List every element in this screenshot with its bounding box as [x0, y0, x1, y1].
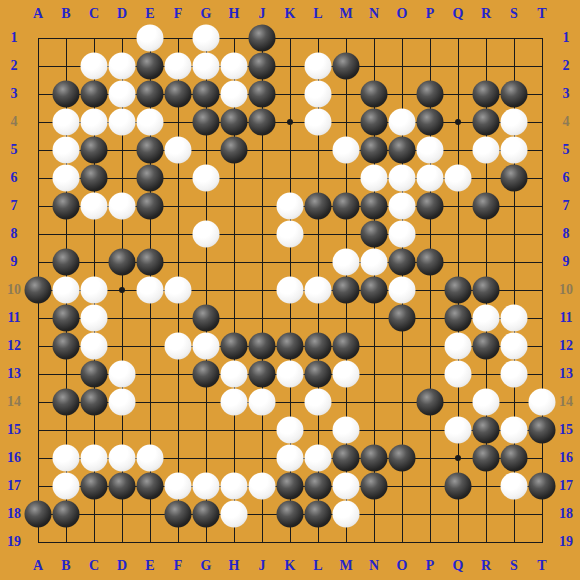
black-stone [137, 53, 164, 80]
black-stone [193, 501, 220, 528]
black-stone [53, 389, 80, 416]
white-stone [473, 305, 500, 332]
white-stone [109, 109, 136, 136]
row-label: 11 [559, 311, 572, 325]
black-stone [361, 277, 388, 304]
white-stone [333, 417, 360, 444]
white-stone [333, 501, 360, 528]
white-stone [165, 53, 192, 80]
column-label: O [397, 7, 408, 21]
black-stone [333, 193, 360, 220]
row-label: 18 [559, 507, 573, 521]
black-stone [53, 81, 80, 108]
white-stone [109, 389, 136, 416]
star-point [455, 455, 461, 461]
black-stone [305, 473, 332, 500]
column-label: L [313, 7, 322, 21]
black-stone [333, 53, 360, 80]
row-label: 4 [11, 115, 18, 129]
black-stone [81, 137, 108, 164]
white-stone [501, 109, 528, 136]
column-label: Q [453, 7, 464, 21]
row-label: 15 [7, 423, 21, 437]
white-stone [277, 193, 304, 220]
white-stone [109, 81, 136, 108]
row-label: 4 [563, 115, 570, 129]
black-stone [137, 137, 164, 164]
white-stone [473, 137, 500, 164]
white-stone [193, 165, 220, 192]
column-label: D [117, 7, 127, 21]
black-stone [361, 137, 388, 164]
row-label: 6 [11, 171, 18, 185]
column-label: B [61, 7, 70, 21]
row-label: 8 [563, 227, 570, 241]
column-label: N [369, 559, 379, 573]
white-stone [137, 277, 164, 304]
row-label: 11 [7, 311, 20, 325]
white-stone [445, 361, 472, 388]
row-label: 12 [7, 339, 21, 353]
column-label: O [397, 559, 408, 573]
white-stone [221, 501, 248, 528]
white-stone [193, 221, 220, 248]
white-stone [305, 389, 332, 416]
white-stone [333, 137, 360, 164]
black-stone [81, 165, 108, 192]
white-stone [221, 81, 248, 108]
white-stone [165, 333, 192, 360]
column-label: J [259, 559, 266, 573]
row-label: 18 [7, 507, 21, 521]
column-label: L [313, 559, 322, 573]
black-stone [137, 81, 164, 108]
row-label: 12 [559, 339, 573, 353]
row-label: 2 [11, 59, 18, 73]
white-stone [417, 165, 444, 192]
black-stone [81, 473, 108, 500]
black-stone [277, 473, 304, 500]
white-stone [445, 333, 472, 360]
black-stone [137, 165, 164, 192]
black-stone [109, 249, 136, 276]
white-stone [333, 361, 360, 388]
black-stone [361, 445, 388, 472]
black-stone [417, 109, 444, 136]
white-stone [137, 25, 164, 52]
row-label: 1 [563, 31, 570, 45]
row-label: 15 [559, 423, 573, 437]
white-stone [53, 137, 80, 164]
row-label: 3 [11, 87, 18, 101]
white-stone [53, 277, 80, 304]
star-point [119, 287, 125, 293]
black-stone [473, 81, 500, 108]
white-stone [473, 389, 500, 416]
white-stone [501, 417, 528, 444]
black-stone [109, 473, 136, 500]
white-stone [249, 389, 276, 416]
black-stone [389, 305, 416, 332]
row-label: 5 [563, 143, 570, 157]
black-stone [193, 305, 220, 332]
black-stone [389, 445, 416, 472]
black-stone [473, 109, 500, 136]
white-stone [53, 109, 80, 136]
black-stone [417, 193, 444, 220]
black-stone [445, 473, 472, 500]
black-stone [333, 333, 360, 360]
white-stone [221, 361, 248, 388]
row-label: 10 [559, 283, 573, 297]
black-stone [249, 25, 276, 52]
column-label: N [369, 7, 379, 21]
black-stone [53, 333, 80, 360]
black-stone [473, 193, 500, 220]
black-stone [501, 81, 528, 108]
white-stone [81, 53, 108, 80]
white-stone [109, 445, 136, 472]
black-stone [277, 501, 304, 528]
white-stone [221, 389, 248, 416]
black-stone [137, 473, 164, 500]
column-label: G [201, 559, 212, 573]
column-label: S [510, 7, 518, 21]
black-stone [501, 445, 528, 472]
white-stone [501, 361, 528, 388]
row-label: 2 [563, 59, 570, 73]
white-stone [305, 277, 332, 304]
white-stone [165, 277, 192, 304]
black-stone [53, 249, 80, 276]
white-stone [277, 445, 304, 472]
white-stone [81, 333, 108, 360]
white-stone [389, 109, 416, 136]
white-stone [81, 305, 108, 332]
white-stone [389, 165, 416, 192]
black-stone [361, 473, 388, 500]
black-stone [249, 109, 276, 136]
white-stone [333, 473, 360, 500]
black-stone [333, 445, 360, 472]
white-stone [501, 137, 528, 164]
column-label: E [145, 559, 154, 573]
white-stone [193, 53, 220, 80]
black-stone [25, 277, 52, 304]
black-stone [53, 305, 80, 332]
black-stone [165, 81, 192, 108]
white-stone [221, 473, 248, 500]
black-stone [445, 277, 472, 304]
column-label: T [537, 559, 546, 573]
white-stone [81, 109, 108, 136]
grid-vertical-line [542, 38, 543, 543]
column-label: S [510, 559, 518, 573]
black-stone [221, 109, 248, 136]
row-label: 3 [563, 87, 570, 101]
white-stone [501, 333, 528, 360]
white-stone [305, 81, 332, 108]
white-stone [193, 473, 220, 500]
black-stone [165, 501, 192, 528]
black-stone [25, 501, 52, 528]
black-stone [361, 221, 388, 248]
black-stone [305, 361, 332, 388]
row-label: 14 [559, 395, 573, 409]
black-stone [473, 445, 500, 472]
white-stone [389, 193, 416, 220]
row-label: 5 [11, 143, 18, 157]
column-label: H [229, 559, 240, 573]
white-stone [193, 25, 220, 52]
black-stone [193, 361, 220, 388]
black-stone [361, 109, 388, 136]
white-stone [445, 165, 472, 192]
black-stone [417, 81, 444, 108]
row-label: 9 [563, 255, 570, 269]
black-stone [193, 109, 220, 136]
white-stone [389, 221, 416, 248]
row-label: 1 [11, 31, 18, 45]
black-stone [361, 81, 388, 108]
column-label: A [33, 7, 43, 21]
white-stone [249, 473, 276, 500]
grid-horizontal-line [38, 542, 543, 543]
column-label: F [174, 7, 183, 21]
column-label: T [537, 7, 546, 21]
black-stone [473, 333, 500, 360]
white-stone [165, 473, 192, 500]
black-stone [137, 249, 164, 276]
white-stone [389, 277, 416, 304]
white-stone [417, 137, 444, 164]
white-stone [361, 165, 388, 192]
white-stone [305, 109, 332, 136]
star-point [455, 119, 461, 125]
row-label: 8 [11, 227, 18, 241]
black-stone [389, 249, 416, 276]
white-stone [529, 389, 556, 416]
black-stone [473, 277, 500, 304]
white-stone [137, 109, 164, 136]
black-stone [53, 501, 80, 528]
column-label: C [89, 7, 99, 21]
black-stone [305, 333, 332, 360]
column-label: F [174, 559, 183, 573]
black-stone [305, 193, 332, 220]
black-stone [221, 137, 248, 164]
black-stone [501, 165, 528, 192]
row-label: 6 [563, 171, 570, 185]
black-stone [249, 53, 276, 80]
column-label: B [61, 559, 70, 573]
white-stone [305, 445, 332, 472]
black-stone [249, 333, 276, 360]
white-stone [53, 473, 80, 500]
black-stone [473, 417, 500, 444]
row-label: 13 [7, 367, 21, 381]
column-label: G [201, 7, 212, 21]
white-stone [305, 53, 332, 80]
black-stone [249, 81, 276, 108]
black-stone [137, 193, 164, 220]
black-stone [529, 473, 556, 500]
black-stone [53, 193, 80, 220]
white-stone [81, 193, 108, 220]
white-stone [361, 249, 388, 276]
black-stone [529, 417, 556, 444]
column-label: D [117, 559, 127, 573]
black-stone [81, 81, 108, 108]
row-label: 7 [563, 199, 570, 213]
white-stone [333, 249, 360, 276]
column-label: P [426, 7, 435, 21]
black-stone [277, 333, 304, 360]
black-stone [417, 249, 444, 276]
white-stone [53, 445, 80, 472]
black-stone [249, 361, 276, 388]
white-stone [137, 445, 164, 472]
column-label: R [481, 7, 491, 21]
row-label: 19 [7, 535, 21, 549]
white-stone [81, 445, 108, 472]
black-stone [305, 501, 332, 528]
row-label: 16 [7, 451, 21, 465]
white-stone [109, 193, 136, 220]
column-label: H [229, 7, 240, 21]
column-label: J [259, 7, 266, 21]
column-label: E [145, 7, 154, 21]
black-stone [333, 277, 360, 304]
white-stone [193, 333, 220, 360]
column-label: Q [453, 559, 464, 573]
column-label: C [89, 559, 99, 573]
white-stone [501, 473, 528, 500]
white-stone [221, 53, 248, 80]
column-label: M [339, 559, 352, 573]
row-label: 10 [7, 283, 21, 297]
white-stone [277, 221, 304, 248]
white-stone [53, 165, 80, 192]
column-label: A [33, 559, 43, 573]
white-stone [109, 53, 136, 80]
row-label: 13 [559, 367, 573, 381]
white-stone [277, 361, 304, 388]
row-label: 17 [7, 479, 21, 493]
black-stone [445, 305, 472, 332]
white-stone [81, 277, 108, 304]
row-label: 19 [559, 535, 573, 549]
column-label: P [426, 559, 435, 573]
black-stone [81, 361, 108, 388]
black-stone [361, 193, 388, 220]
black-stone [389, 137, 416, 164]
black-stone [417, 389, 444, 416]
go-board[interactable]: AABBCCDDEEFFGGHHJJKKLLMMNNOOPPQQRRSSTT11… [0, 0, 580, 580]
column-label: K [285, 7, 296, 21]
black-stone [221, 333, 248, 360]
black-stone [193, 81, 220, 108]
column-label: R [481, 559, 491, 573]
row-label: 16 [559, 451, 573, 465]
white-stone [501, 305, 528, 332]
white-stone [109, 361, 136, 388]
black-stone [81, 389, 108, 416]
white-stone [165, 137, 192, 164]
row-label: 7 [11, 199, 18, 213]
column-label: K [285, 559, 296, 573]
row-label: 9 [11, 255, 18, 269]
row-label: 14 [7, 395, 21, 409]
row-label: 17 [559, 479, 573, 493]
column-label: M [339, 7, 352, 21]
white-stone [277, 417, 304, 444]
white-stone [277, 277, 304, 304]
star-point [287, 119, 293, 125]
white-stone [445, 417, 472, 444]
